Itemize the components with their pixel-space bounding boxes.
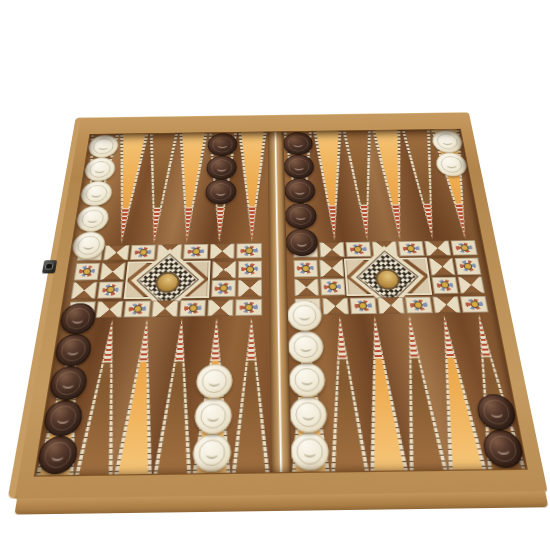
- mosaic-bowtie-tile: [319, 242, 345, 257]
- checker-white[interactable]: [196, 364, 233, 398]
- product-photo: [0, 0, 550, 550]
- mosaic-center-square: [123, 261, 210, 300]
- point-17[interactable]: [203, 132, 238, 242]
- mosaic-rosette-tile: [349, 297, 376, 314]
- mosaic-rosette-tile: [97, 281, 123, 299]
- mosaic-bowtie-tile: [322, 298, 349, 315]
- board-right-half: [283, 129, 526, 472]
- playing-tray: [34, 129, 528, 477]
- mosaic-bowtie-tile: [458, 276, 485, 294]
- board-case: [15, 112, 548, 498]
- point-8[interactable]: [192, 318, 234, 474]
- mosaic-rosette-tile: [237, 243, 262, 258]
- board-left-half: [35, 132, 270, 475]
- mosaic-rosette-tile: [180, 300, 207, 317]
- mosaic-bowtie-tile: [429, 258, 455, 275]
- stack-point-17: [205, 133, 237, 204]
- mosaic-rosette-tile: [451, 240, 478, 255]
- checker-dark[interactable]: [481, 430, 526, 468]
- checker-dark[interactable]: [207, 133, 237, 156]
- mosaic-rosette-tile: [211, 279, 236, 297]
- checker-dark[interactable]: [42, 400, 84, 436]
- checker-white[interactable]: [83, 157, 116, 181]
- point-7[interactable]: [231, 317, 270, 473]
- points-top-right: [283, 129, 481, 241]
- stack-point-8: [192, 364, 233, 472]
- mosaic-rosette-tile: [455, 258, 482, 275]
- checker-dark[interactable]: [36, 436, 80, 474]
- mosaic-rosette-tile: [237, 261, 261, 278]
- checker-dark[interactable]: [284, 155, 315, 179]
- checker-white[interactable]: [192, 434, 231, 472]
- mosaic-bowtie-tile: [377, 297, 405, 314]
- mosaic-bowtie-tile: [432, 296, 460, 313]
- checker-white[interactable]: [289, 363, 326, 397]
- points-top-left: [72, 132, 268, 244]
- checker-white[interactable]: [70, 232, 106, 260]
- backgammon-board: [8, 112, 548, 499]
- checker-white[interactable]: [290, 397, 328, 433]
- mosaic-rosette-tile: [398, 241, 425, 256]
- mosaic-bowtie-tile: [237, 279, 261, 297]
- checker-white[interactable]: [75, 206, 110, 232]
- latch[interactable]: [42, 260, 57, 273]
- mosaic-rosette-tile: [460, 296, 489, 313]
- checker-dark[interactable]: [283, 132, 313, 155]
- mosaic-rosette-tile: [432, 276, 459, 294]
- mosaic-bowtie-tile: [210, 244, 235, 259]
- mosaic-bowtie-tile: [319, 260, 344, 277]
- checker-dark[interactable]: [53, 334, 93, 367]
- mosaic-bowtie-tile: [71, 281, 98, 299]
- point-19[interactable]: [283, 131, 318, 241]
- checker-white[interactable]: [287, 300, 322, 331]
- mosaic-bowtie-tile: [211, 261, 235, 278]
- stack-point-24: [431, 130, 469, 176]
- mosaic-rosette-tile: [320, 278, 345, 296]
- mosaic-bowtie-tile: [294, 278, 319, 296]
- checker-white[interactable]: [87, 135, 120, 158]
- mosaic-bowtie-tile: [424, 241, 451, 256]
- mosaic-bowtie-tile: [103, 245, 129, 260]
- points-bottom-left: [35, 317, 270, 475]
- checker-white[interactable]: [288, 331, 324, 364]
- mosaic-bowtie-tile: [96, 301, 124, 318]
- mosaic-rosette-tile: [130, 245, 156, 260]
- checker-dark[interactable]: [47, 366, 88, 400]
- checker-dark[interactable]: [205, 179, 236, 204]
- mosaic-center-square: [344, 257, 432, 296]
- checker-dark[interactable]: [286, 229, 319, 256]
- checker-white[interactable]: [431, 130, 464, 153]
- mosaic-bowtie-tile: [208, 299, 234, 316]
- checker-dark[interactable]: [284, 178, 316, 203]
- checker-dark[interactable]: [206, 156, 237, 180]
- case-front-edge: [14, 491, 548, 514]
- checker-white[interactable]: [291, 432, 330, 470]
- mosaic-bowtie-tile: [152, 300, 179, 317]
- checker-white[interactable]: [435, 153, 469, 177]
- checker-white[interactable]: [79, 181, 113, 206]
- mosaic-rosette-tile: [74, 263, 100, 280]
- mosaic-rosette-tile: [405, 297, 433, 314]
- checker-dark[interactable]: [475, 394, 518, 430]
- checker-dark[interactable]: [58, 303, 97, 334]
- mosaic-rosette-tile: [183, 244, 208, 259]
- mosaic-bowtie-tile: [100, 263, 126, 280]
- mosaic-rosette-tile: [293, 260, 318, 277]
- mosaic-rosette-tile: [345, 242, 371, 257]
- case-left-face: [8, 112, 548, 499]
- mosaic-rosette-tile: [236, 299, 262, 316]
- checker-dark[interactable]: [285, 203, 317, 229]
- points-bottom-right: [288, 314, 527, 472]
- checker-white[interactable]: [194, 398, 232, 434]
- mosaic-rosette-tile: [124, 301, 151, 318]
- point-18[interactable]: [236, 132, 269, 242]
